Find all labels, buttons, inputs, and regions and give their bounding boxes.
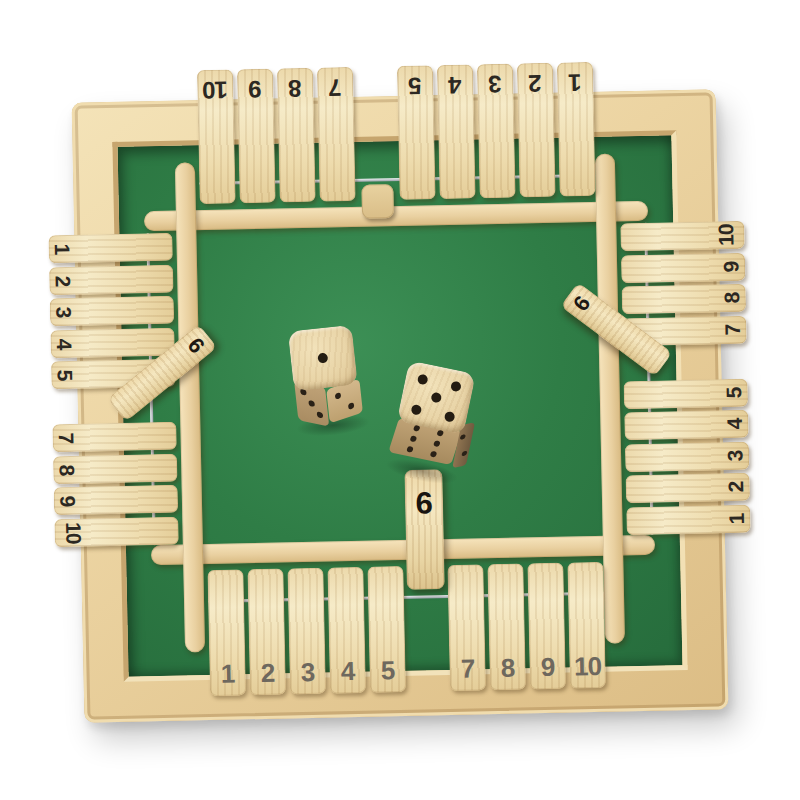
pip [407,446,415,453]
tile-north-3-number: 3 [489,70,502,98]
tile-north-2-number: 2 [529,69,542,97]
tile-east-5[interactable]: 5 [624,378,749,409]
tile-north-7-number: 7 [329,73,342,101]
pip [450,380,462,392]
tile-east-9-number: 9 [720,261,744,272]
tile-east-8[interactable]: 8 [622,284,747,315]
die-1[interactable] [286,324,373,442]
tile-west-5-number: 5 [53,369,77,380]
pip [348,402,354,410]
tile-south-10-number: 10 [574,651,602,683]
tile-west-7[interactable]: 7 [52,422,177,453]
tile-west-1-number: 1 [50,243,74,254]
pip [444,410,456,422]
tile-south-4-number: 4 [340,656,354,687]
pip [316,412,323,419]
pip [436,430,444,437]
tile-east-4[interactable]: 4 [624,410,749,441]
tile-east-2[interactable]: 2 [626,473,751,504]
tile-west-1[interactable]: 1 [48,233,173,264]
tile-east-7-number: 7 [721,324,745,335]
pip [308,400,315,407]
tile-south-7-number: 7 [460,654,474,685]
pip [411,403,423,415]
tile-north-2[interactable]: 2 [517,63,556,198]
pip [460,434,466,440]
pip [461,450,467,456]
tile-south-1-number: 1 [221,659,235,690]
die-1-top-face [288,325,358,392]
tile-west-8[interactable]: 8 [53,453,178,484]
product-photo: 1098754321 1234578910 1234578910 1098754… [0,0,800,800]
tile-south-4[interactable]: 4 [327,567,366,694]
tile-north-8[interactable]: 8 [277,68,316,203]
tile-six-south-label: 6 [415,485,433,521]
tile-south-5-number: 5 [380,655,394,686]
pip [417,373,429,385]
tile-six-north-folded[interactable] [361,184,394,219]
tile-south-8-number: 8 [500,653,514,684]
tile-west-9-number: 9 [55,495,79,506]
tile-north-1-number: 1 [569,68,582,96]
tile-west-4[interactable]: 4 [50,327,175,358]
tile-east-2-number: 2 [724,481,748,492]
pip [413,425,421,432]
tile-east-1[interactable]: 1 [626,504,751,535]
tile-north-10-number: 10 [203,76,228,105]
tile-north-1[interactable]: 1 [557,62,596,197]
tile-north-9[interactable]: 9 [237,69,276,204]
pip [335,392,341,400]
tile-six-west-label: 6 [182,333,210,359]
tile-north-3[interactable]: 3 [477,64,516,199]
pip [429,450,437,457]
tile-west-2-number: 2 [51,275,75,286]
tile-north-5-number: 5 [409,71,422,99]
pip [430,392,442,404]
tile-north-8-number: 8 [289,74,302,102]
tile-west-4-number: 4 [52,338,76,349]
tile-east-5-number: 5 [722,387,746,398]
tile-north-4-number: 4 [449,71,462,99]
tile-six-south-standing[interactable]: 6 [404,469,445,590]
tile-north-5[interactable]: 5 [397,65,436,200]
tile-east-9[interactable]: 9 [621,252,746,283]
tile-south-9-number: 9 [540,652,554,683]
tile-south-2-number: 2 [261,658,275,689]
pip [433,440,441,447]
tile-east-3[interactable]: 3 [625,441,750,472]
tile-east-10[interactable]: 10 [620,221,745,252]
tile-south-10[interactable]: 10 [567,562,606,689]
tile-row-east: 1098754321 [620,221,750,535]
tile-north-4[interactable]: 4 [437,64,476,199]
tile-row-north: 1098754321 [197,62,596,204]
tile-south-7[interactable]: 7 [447,564,486,691]
tile-east-4-number: 4 [723,418,747,429]
tile-west-10-number: 10 [61,521,85,543]
shut-the-box-board: 1098754321 1234578910 1234578910 1098754… [72,89,729,722]
tile-south-9[interactable]: 9 [527,563,566,690]
tile-east-3-number: 3 [724,450,748,461]
tile-west-7-number: 7 [54,432,78,443]
tile-west-2[interactable]: 2 [49,264,174,295]
tile-east-8-number: 8 [720,292,744,303]
tile-west-3-number: 3 [51,306,75,317]
tile-south-1[interactable]: 1 [207,569,246,696]
tile-east-1-number: 1 [725,513,749,524]
tile-south-8[interactable]: 8 [487,563,526,690]
pip [317,353,328,364]
tile-south-5[interactable]: 5 [367,566,406,693]
tile-south-2[interactable]: 2 [247,568,286,695]
tile-east-10-number: 10 [714,224,738,246]
tile-north-9-number: 9 [249,75,262,103]
tile-six-east-label: 6 [568,291,596,316]
tile-north-10[interactable]: 10 [197,69,236,204]
tile-south-3[interactable]: 3 [287,568,326,695]
tile-west-10[interactable]: 10 [54,516,179,547]
tile-south-3-number: 3 [301,657,315,688]
pip [410,435,418,442]
tile-north-7[interactable]: 7 [317,67,356,202]
tile-west-3[interactable]: 3 [50,296,175,327]
tile-west-9[interactable]: 9 [54,485,179,516]
tile-west-8-number: 8 [54,464,78,475]
